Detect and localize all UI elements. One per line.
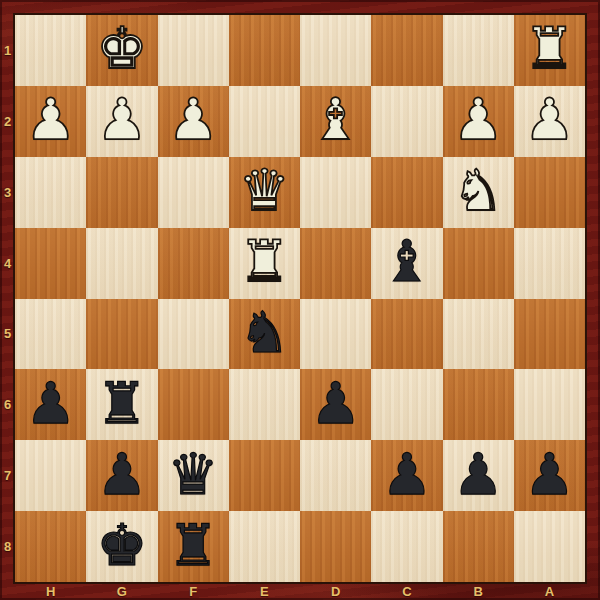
- square-h2[interactable]: ♟: [15, 86, 86, 157]
- square-b1[interactable]: [443, 15, 514, 86]
- square-e8[interactable]: [229, 511, 300, 582]
- black-pawn[interactable]: ♟: [310, 375, 361, 435]
- square-c2[interactable]: [371, 86, 442, 157]
- square-f7[interactable]: ♛: [158, 440, 229, 511]
- black-pawn[interactable]: ♟: [96, 446, 147, 506]
- rank-label-6: 6: [0, 369, 15, 440]
- square-h7[interactable]: [15, 440, 86, 511]
- white-pawn[interactable]: ♟: [453, 91, 504, 151]
- white-rook[interactable]: ♜: [239, 233, 290, 293]
- rank-label-2: 2: [0, 86, 15, 157]
- square-h6[interactable]: ♟: [15, 369, 86, 440]
- rank-label-1: 1: [0, 15, 15, 86]
- square-h8[interactable]: [15, 511, 86, 582]
- square-b2[interactable]: ♟: [443, 86, 514, 157]
- square-a8[interactable]: [514, 511, 585, 582]
- square-e1[interactable]: [229, 15, 300, 86]
- square-c5[interactable]: [371, 299, 442, 370]
- square-d4[interactable]: [300, 228, 371, 299]
- file-label-d: D: [300, 582, 371, 600]
- square-d3[interactable]: [300, 157, 371, 228]
- square-c8[interactable]: [371, 511, 442, 582]
- square-b3[interactable]: ♞: [443, 157, 514, 228]
- white-pawn[interactable]: ♟: [96, 91, 147, 151]
- square-g6[interactable]: ♜: [86, 369, 157, 440]
- square-e6[interactable]: [229, 369, 300, 440]
- white-pawn[interactable]: ♟: [168, 91, 219, 151]
- square-e7[interactable]: [229, 440, 300, 511]
- square-a2[interactable]: ♟: [514, 86, 585, 157]
- square-d8[interactable]: [300, 511, 371, 582]
- square-e3[interactable]: ♛: [229, 157, 300, 228]
- square-c6[interactable]: [371, 369, 442, 440]
- black-queen[interactable]: ♛: [168, 446, 219, 506]
- square-c1[interactable]: [371, 15, 442, 86]
- white-queen[interactable]: ♛: [239, 162, 290, 222]
- rank-label-8: 8: [0, 511, 15, 582]
- square-g2[interactable]: ♟: [86, 86, 157, 157]
- square-a4[interactable]: [514, 228, 585, 299]
- square-f6[interactable]: [158, 369, 229, 440]
- square-a5[interactable]: [514, 299, 585, 370]
- white-bishop[interactable]: ♝: [310, 91, 361, 151]
- square-h1[interactable]: [15, 15, 86, 86]
- square-h4[interactable]: [15, 228, 86, 299]
- black-rook[interactable]: ♜: [168, 517, 219, 577]
- square-d7[interactable]: [300, 440, 371, 511]
- square-f2[interactable]: ♟: [158, 86, 229, 157]
- square-f4[interactable]: [158, 228, 229, 299]
- rank-label-3: 3: [0, 157, 15, 228]
- square-a3[interactable]: [514, 157, 585, 228]
- square-g8[interactable]: ♚: [86, 511, 157, 582]
- white-pawn[interactable]: ♟: [524, 91, 575, 151]
- square-c3[interactable]: [371, 157, 442, 228]
- square-d5[interactable]: [300, 299, 371, 370]
- black-pawn[interactable]: ♟: [381, 446, 432, 506]
- file-label-e: E: [229, 582, 300, 600]
- file-label-f: F: [158, 582, 229, 600]
- black-knight[interactable]: ♞: [239, 304, 290, 364]
- file-label-a: A: [514, 582, 585, 600]
- file-label-g: G: [86, 582, 157, 600]
- rank-label-5: 5: [0, 299, 15, 370]
- square-f8[interactable]: ♜: [158, 511, 229, 582]
- square-b5[interactable]: [443, 299, 514, 370]
- square-f3[interactable]: [158, 157, 229, 228]
- square-b6[interactable]: [443, 369, 514, 440]
- square-e2[interactable]: [229, 86, 300, 157]
- square-a1[interactable]: ♜: [514, 15, 585, 86]
- black-rook[interactable]: ♜: [96, 375, 147, 435]
- square-h5[interactable]: [15, 299, 86, 370]
- white-knight[interactable]: ♞: [453, 162, 504, 222]
- square-a7[interactable]: ♟: [514, 440, 585, 511]
- square-c7[interactable]: ♟: [371, 440, 442, 511]
- rank-label-7: 7: [0, 440, 15, 511]
- square-b8[interactable]: [443, 511, 514, 582]
- square-g7[interactable]: ♟: [86, 440, 157, 511]
- black-pawn[interactable]: ♟: [25, 375, 76, 435]
- white-rook[interactable]: ♜: [524, 20, 575, 80]
- square-c4[interactable]: ♝: [371, 228, 442, 299]
- square-a6[interactable]: [514, 369, 585, 440]
- square-f5[interactable]: [158, 299, 229, 370]
- black-pawn[interactable]: ♟: [524, 446, 575, 506]
- white-king[interactable]: ♚: [96, 20, 147, 80]
- square-g5[interactable]: [86, 299, 157, 370]
- board-frame: ♚♜♟♟♟♝♟♟♛♞♜♝♞♟♜♟♟♛♟♟♟♚♜ 12345678HGFEDCBA: [0, 0, 600, 600]
- square-b4[interactable]: [443, 228, 514, 299]
- chess-board: ♚♜♟♟♟♝♟♟♛♞♜♝♞♟♜♟♟♛♟♟♟♚♜: [15, 15, 585, 582]
- square-d2[interactable]: ♝: [300, 86, 371, 157]
- black-pawn[interactable]: ♟: [453, 446, 504, 506]
- square-e4[interactable]: ♜: [229, 228, 300, 299]
- square-f1[interactable]: [158, 15, 229, 86]
- file-label-h: H: [15, 582, 86, 600]
- square-h3[interactable]: [15, 157, 86, 228]
- square-g3[interactable]: [86, 157, 157, 228]
- file-label-c: C: [371, 582, 442, 600]
- black-bishop[interactable]: ♝: [381, 233, 432, 293]
- white-pawn[interactable]: ♟: [25, 91, 76, 151]
- black-king[interactable]: ♚: [96, 517, 147, 577]
- square-e5[interactable]: ♞: [229, 299, 300, 370]
- square-g1[interactable]: ♚: [86, 15, 157, 86]
- file-label-b: B: [443, 582, 514, 600]
- rank-label-4: 4: [0, 228, 15, 299]
- square-d1[interactable]: [300, 15, 371, 86]
- square-g4[interactable]: [86, 228, 157, 299]
- square-b7[interactable]: ♟: [443, 440, 514, 511]
- square-d6[interactable]: ♟: [300, 369, 371, 440]
